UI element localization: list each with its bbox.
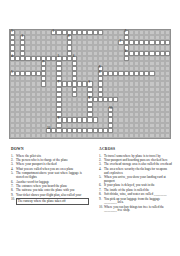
clue-number: 4 (11, 56, 12, 59)
clue-number: 5 (11, 72, 12, 75)
across-clues-column: ACROSS 1.To travel somewhere by plane is… (99, 147, 172, 214)
clue-number: 1 (52, 31, 53, 34)
across-clue-list: 1.To travel somewhere by plane is to tra… (99, 155, 172, 213)
clue-item: 10.The runway where the plane takes off (11, 198, 89, 204)
clue-item-text: The compartment above your seat where lu… (16, 172, 89, 179)
crossword-grid: 1123423456785679810910 (9, 29, 171, 139)
clue-number: 7 (58, 82, 59, 85)
down-clue-list: 1.Where the pilot sits2.The person who i… (11, 155, 89, 205)
clue-number: 8 (99, 67, 100, 70)
clue-item-text: Where you can buy things tax free is cal… (104, 206, 172, 213)
down-clues-column: DOWN 1.Where the pilot sits2.The person … (11, 147, 89, 214)
worksheet-page: 1123423456785679810910 DOWN 1.Where the … (0, 0, 180, 256)
clue-number: 6 (73, 56, 74, 59)
clue-number: 10 (109, 108, 112, 111)
clue-number: 5 (58, 56, 59, 59)
clue-number: 3 (125, 51, 126, 54)
clue-item: 9.You pick up your luggage from the bagg… (99, 198, 172, 205)
clue-number: 9 (58, 118, 59, 121)
clue-item-text: You pick up your luggage from the baggag… (104, 198, 172, 205)
clue-number: 7 (42, 62, 43, 65)
clue-number: 1 (11, 31, 12, 34)
across-header: ACROSS (99, 147, 172, 151)
down-header: DOWN (11, 147, 89, 151)
clue-number: 3 (22, 36, 23, 39)
clue-item-text: Your ticket shows your flight plan, also… (16, 194, 89, 198)
clue-number: 2 (125, 31, 126, 34)
clue-number: 10 (47, 128, 50, 131)
clue-item: 9.Your ticket shows your flight plan, al… (11, 194, 89, 198)
clue-item-text: The runway where the plane takes off (16, 198, 89, 204)
clue-number: 2 (120, 41, 121, 44)
clue-number: 8 (89, 98, 90, 101)
clue-item: 5.The compartment above your seat where … (11, 172, 89, 179)
clue-number: 4 (68, 36, 69, 39)
block-cell (165, 133, 170, 138)
clue-number: 9 (89, 82, 90, 85)
clue-item: 10.Where you can buy things tax free is … (99, 206, 172, 213)
clue-section: DOWN 1.Where the pilot sits2.The person … (11, 147, 172, 214)
clue-number: 6 (99, 72, 100, 75)
